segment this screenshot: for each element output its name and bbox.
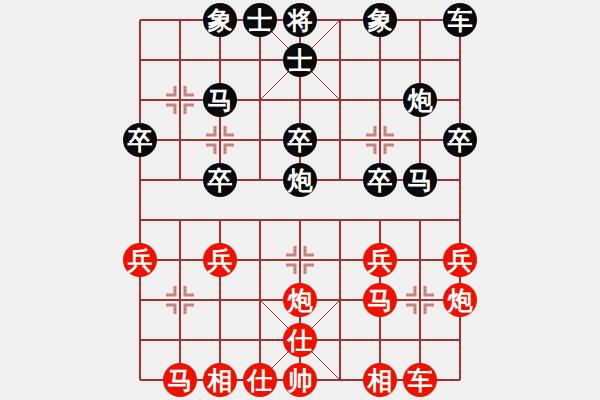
point-h1[interactable] xyxy=(400,40,440,80)
point-c8[interactable] xyxy=(200,320,240,360)
point-e6[interactable] xyxy=(280,240,320,280)
point-i4[interactable] xyxy=(440,160,480,200)
piece-red-advisor[interactable]: 仕 xyxy=(243,363,277,397)
piece-red-advisor[interactable]: 仕 xyxy=(283,323,317,357)
point-b3[interactable] xyxy=(160,120,200,160)
point-h8[interactable] xyxy=(400,320,440,360)
piece-black-advisor[interactable]: 士 xyxy=(243,3,277,37)
point-f1[interactable] xyxy=(320,40,360,80)
point-h0[interactable] xyxy=(400,0,440,40)
point-f2[interactable] xyxy=(320,80,360,120)
point-d0[interactable]: 士 xyxy=(240,0,280,40)
point-d9[interactable]: 仕 xyxy=(240,360,280,400)
point-h2[interactable]: 炮 xyxy=(400,80,440,120)
point-f6[interactable] xyxy=(320,240,360,280)
point-g9[interactable]: 相 xyxy=(360,360,400,400)
point-b8[interactable] xyxy=(160,320,200,360)
point-b7[interactable] xyxy=(160,280,200,320)
point-f3[interactable] xyxy=(320,120,360,160)
piece-black-cannon[interactable]: 炮 xyxy=(283,163,317,197)
point-a8[interactable] xyxy=(120,320,160,360)
point-e4[interactable]: 炮 xyxy=(280,160,320,200)
point-f0[interactable] xyxy=(320,0,360,40)
point-b1[interactable] xyxy=(160,40,200,80)
point-d7[interactable] xyxy=(240,280,280,320)
point-h4[interactable]: 马 xyxy=(400,160,440,200)
piece-black-soldier[interactable]: 卒 xyxy=(443,123,477,157)
point-f8[interactable] xyxy=(320,320,360,360)
point-i2[interactable] xyxy=(440,80,480,120)
point-d8[interactable] xyxy=(240,320,280,360)
point-c6[interactable]: 兵 xyxy=(200,240,240,280)
point-c3[interactable] xyxy=(200,120,240,160)
piece-red-soldier[interactable]: 兵 xyxy=(363,243,397,277)
point-c1[interactable] xyxy=(200,40,240,80)
point-f9[interactable] xyxy=(320,360,360,400)
point-e8[interactable]: 仕 xyxy=(280,320,320,360)
point-b0[interactable] xyxy=(160,0,200,40)
point-e0[interactable]: 将 xyxy=(280,0,320,40)
piece-black-horse[interactable]: 马 xyxy=(403,163,437,197)
xiangqi-board: 象士将象车士马炮卒卒卒卒炮卒马兵兵兵兵炮马炮仕马相仕帅相车 xyxy=(120,0,480,400)
point-b4[interactable] xyxy=(160,160,200,200)
point-e2[interactable] xyxy=(280,80,320,120)
point-c0[interactable]: 象 xyxy=(200,0,240,40)
point-d2[interactable] xyxy=(240,80,280,120)
point-d4[interactable] xyxy=(240,160,280,200)
point-c9[interactable]: 相 xyxy=(200,360,240,400)
piece-red-soldier[interactable]: 兵 xyxy=(123,243,157,277)
piece-black-elephant[interactable]: 象 xyxy=(203,3,237,37)
point-i6[interactable]: 兵 xyxy=(440,240,480,280)
point-e3[interactable]: 卒 xyxy=(280,120,320,160)
point-d5[interactable] xyxy=(240,200,280,240)
piece-red-cannon[interactable]: 炮 xyxy=(283,283,317,317)
point-g1[interactable] xyxy=(360,40,400,80)
point-h5[interactable] xyxy=(400,200,440,240)
point-e1[interactable]: 士 xyxy=(280,40,320,80)
piece-red-general[interactable]: 帅 xyxy=(283,363,317,397)
point-f4[interactable] xyxy=(320,160,360,200)
xiangqi-diagram: 象士将象车士马炮卒卒卒卒炮卒马兵兵兵兵炮马炮仕马相仕帅相车 xyxy=(0,0,600,400)
point-i5[interactable] xyxy=(440,200,480,240)
piece-red-horse[interactable]: 马 xyxy=(363,283,397,317)
point-c4[interactable]: 卒 xyxy=(200,160,240,200)
piece-red-cannon[interactable]: 炮 xyxy=(443,283,477,317)
point-h3[interactable] xyxy=(400,120,440,160)
point-c5[interactable] xyxy=(200,200,240,240)
point-i0[interactable]: 车 xyxy=(440,0,480,40)
point-g2[interactable] xyxy=(360,80,400,120)
point-i1[interactable] xyxy=(440,40,480,80)
piece-black-soldier[interactable]: 卒 xyxy=(363,163,397,197)
point-a6[interactable]: 兵 xyxy=(120,240,160,280)
piece-red-horse[interactable]: 马 xyxy=(163,363,197,397)
point-b6[interactable] xyxy=(160,240,200,280)
point-b2[interactable] xyxy=(160,80,200,120)
point-g4[interactable]: 卒 xyxy=(360,160,400,200)
point-g0[interactable]: 象 xyxy=(360,0,400,40)
piece-black-soldier[interactable]: 卒 xyxy=(283,123,317,157)
point-a4[interactable] xyxy=(120,160,160,200)
point-c2[interactable]: 马 xyxy=(200,80,240,120)
piece-black-cannon[interactable]: 炮 xyxy=(403,83,437,117)
piece-red-soldier[interactable]: 兵 xyxy=(203,243,237,277)
point-g6[interactable]: 兵 xyxy=(360,240,400,280)
point-b5[interactable] xyxy=(160,200,200,240)
point-c7[interactable] xyxy=(200,280,240,320)
point-h7[interactable] xyxy=(400,280,440,320)
point-i7[interactable]: 炮 xyxy=(440,280,480,320)
point-a3[interactable]: 卒 xyxy=(120,120,160,160)
point-i9[interactable] xyxy=(440,360,480,400)
point-a9[interactable] xyxy=(120,360,160,400)
point-g7[interactable]: 马 xyxy=(360,280,400,320)
piece-red-soldier[interactable]: 兵 xyxy=(443,243,477,277)
piece-black-chariot[interactable]: 车 xyxy=(443,3,477,37)
point-a2[interactable] xyxy=(120,80,160,120)
point-d1[interactable] xyxy=(240,40,280,80)
piece-red-chariot[interactable]: 车 xyxy=(403,363,437,397)
point-a5[interactable] xyxy=(120,200,160,240)
piece-black-advisor[interactable]: 士 xyxy=(283,43,317,77)
point-a0[interactable] xyxy=(120,0,160,40)
piece-black-soldier[interactable]: 卒 xyxy=(123,123,157,157)
piece-black-horse[interactable]: 马 xyxy=(203,83,237,117)
point-g5[interactable] xyxy=(360,200,400,240)
point-e5[interactable] xyxy=(280,200,320,240)
point-i8[interactable] xyxy=(440,320,480,360)
point-g8[interactable] xyxy=(360,320,400,360)
point-e9[interactable]: 帅 xyxy=(280,360,320,400)
point-i3[interactable]: 卒 xyxy=(440,120,480,160)
point-a1[interactable] xyxy=(120,40,160,80)
piece-red-elephant[interactable]: 相 xyxy=(363,363,397,397)
point-f7[interactable] xyxy=(320,280,360,320)
point-g3[interactable] xyxy=(360,120,400,160)
point-f5[interactable] xyxy=(320,200,360,240)
point-d3[interactable] xyxy=(240,120,280,160)
piece-black-elephant[interactable]: 象 xyxy=(363,3,397,37)
piece-black-soldier[interactable]: 卒 xyxy=(203,163,237,197)
point-b9[interactable]: 马 xyxy=(160,360,200,400)
piece-black-general[interactable]: 将 xyxy=(283,3,317,37)
point-d6[interactable] xyxy=(240,240,280,280)
piece-red-elephant[interactable]: 相 xyxy=(203,363,237,397)
point-h9[interactable]: 车 xyxy=(400,360,440,400)
point-e7[interactable]: 炮 xyxy=(280,280,320,320)
point-a7[interactable] xyxy=(120,280,160,320)
point-h6[interactable] xyxy=(400,240,440,280)
